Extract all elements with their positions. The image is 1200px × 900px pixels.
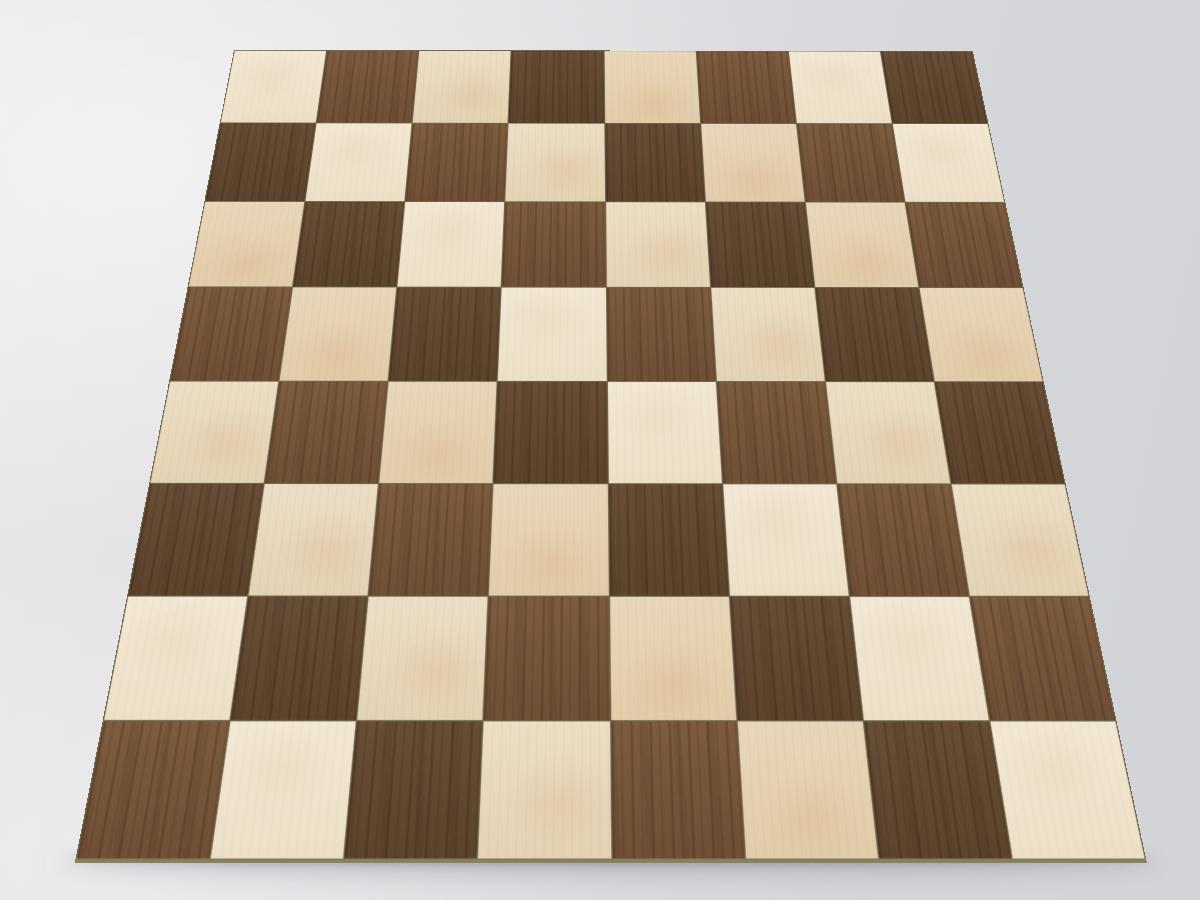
square-h1[interactable]	[990, 721, 1144, 858]
square-c4[interactable]	[379, 381, 497, 482]
square-c3[interactable]	[369, 484, 493, 596]
square-a8[interactable]	[221, 51, 326, 123]
square-e4[interactable]	[607, 381, 721, 482]
square-e8[interactable]	[604, 51, 700, 123]
square-h8[interactable]	[881, 52, 988, 124]
square-c2[interactable]	[357, 596, 488, 719]
square-g6[interactable]	[806, 203, 919, 288]
square-a4[interactable]	[150, 381, 278, 482]
square-d3[interactable]	[489, 484, 608, 596]
square-a3[interactable]	[128, 484, 263, 596]
square-a7[interactable]	[205, 123, 315, 201]
square-g8[interactable]	[789, 51, 892, 123]
square-c6[interactable]	[398, 202, 505, 287]
square-d4[interactable]	[494, 381, 607, 482]
square-a2[interactable]	[104, 596, 247, 720]
square-b7[interactable]	[305, 123, 411, 201]
square-e1[interactable]	[611, 721, 745, 858]
square-e2[interactable]	[609, 597, 735, 720]
square-h5[interactable]	[919, 288, 1042, 380]
square-e6[interactable]	[606, 202, 710, 287]
square-b5[interactable]	[280, 288, 397, 381]
square-g4[interactable]	[826, 382, 950, 483]
square-d1[interactable]	[478, 721, 610, 858]
square-b8[interactable]	[317, 51, 419, 123]
square-d8[interactable]	[509, 51, 604, 123]
square-f3[interactable]	[723, 484, 849, 596]
scene	[0, 0, 1200, 900]
square-d5[interactable]	[498, 288, 606, 381]
square-f2[interactable]	[730, 597, 863, 720]
square-c1[interactable]	[345, 721, 483, 858]
square-f4[interactable]	[717, 382, 836, 483]
square-g7[interactable]	[797, 124, 905, 202]
square-h3[interactable]	[951, 484, 1088, 596]
square-d6[interactable]	[502, 202, 605, 287]
square-e3[interactable]	[608, 484, 728, 596]
square-d2[interactable]	[484, 596, 609, 719]
square-g5[interactable]	[815, 288, 933, 381]
square-c8[interactable]	[413, 51, 511, 123]
square-c5[interactable]	[389, 288, 501, 381]
square-b4[interactable]	[265, 381, 388, 482]
square-h6[interactable]	[906, 203, 1023, 288]
square-g1[interactable]	[864, 721, 1012, 858]
square-f1[interactable]	[737, 721, 878, 858]
square-f5[interactable]	[711, 288, 825, 381]
square-g2[interactable]	[850, 597, 989, 720]
square-f7[interactable]	[701, 124, 805, 202]
chess-board	[75, 50, 1147, 863]
square-h4[interactable]	[935, 382, 1065, 483]
square-b1[interactable]	[211, 721, 356, 858]
square-f8[interactable]	[696, 51, 795, 123]
square-b3[interactable]	[249, 484, 378, 596]
square-h7[interactable]	[893, 124, 1005, 202]
square-g3[interactable]	[837, 484, 968, 596]
square-e5[interactable]	[606, 288, 715, 381]
square-a5[interactable]	[170, 288, 292, 381]
square-c7[interactable]	[406, 124, 508, 202]
square-e7[interactable]	[605, 124, 705, 202]
square-a1[interactable]	[77, 721, 229, 858]
square-b2[interactable]	[231, 596, 368, 719]
square-a6[interactable]	[189, 202, 305, 287]
square-h2[interactable]	[970, 597, 1115, 720]
square-f6[interactable]	[706, 203, 814, 288]
square-d7[interactable]	[506, 124, 605, 202]
square-b6[interactable]	[293, 202, 404, 287]
